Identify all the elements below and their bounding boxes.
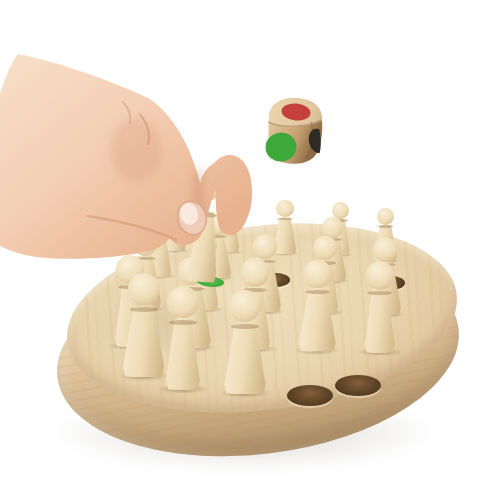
peg-head (313, 236, 338, 261)
peg-head (133, 231, 158, 256)
peg-r4c5[interactable] (357, 261, 403, 353)
peg-head (149, 212, 170, 233)
peg-head (373, 237, 398, 262)
peg-head (253, 234, 278, 259)
hole-r5c4[interactable] (287, 385, 333, 406)
peg-neck-ring (169, 320, 197, 325)
peg-body (222, 323, 269, 394)
peg-neck-ring (378, 225, 393, 227)
peg-r4c4[interactable] (294, 260, 340, 352)
peg-body (160, 319, 207, 390)
product-photo-scene (0, 0, 500, 487)
peg-r5c2[interactable] (157, 286, 209, 390)
peg-head (366, 261, 395, 290)
peg-body (297, 289, 338, 352)
peg-neck-ring (305, 290, 330, 294)
peg-head (276, 200, 293, 217)
peg-head (128, 273, 160, 305)
peg-head (241, 258, 270, 287)
peg-head (229, 290, 261, 322)
peg-head (322, 217, 343, 238)
peg-head (377, 208, 394, 225)
held-peg-body (185, 210, 223, 283)
peg-head (303, 260, 332, 289)
peg-head (167, 286, 199, 318)
peg-neck-ring (367, 291, 392, 295)
pieces-layer (0, 0, 500, 487)
peg-neck-ring (231, 324, 259, 329)
held-peg-head (197, 177, 221, 201)
peg-r5c3[interactable] (219, 290, 271, 394)
peg-body (359, 290, 400, 353)
peg-neck-ring (130, 307, 158, 312)
hole-r5c5[interactable] (335, 375, 381, 396)
